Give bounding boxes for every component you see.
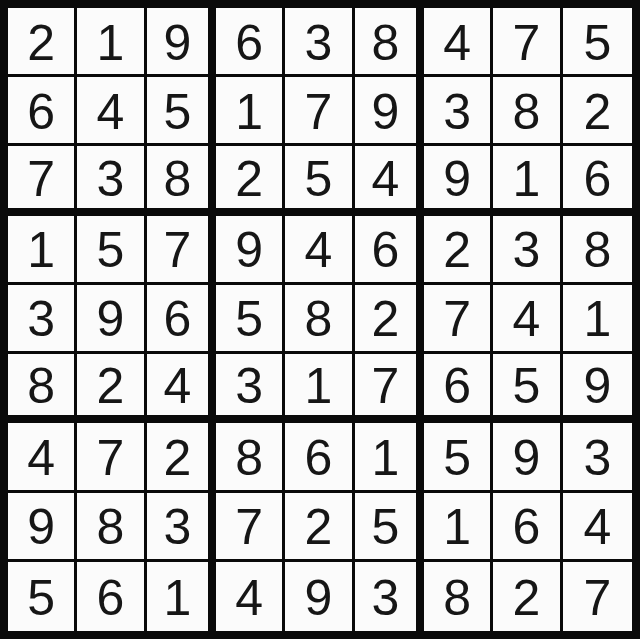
cell-digit: 5 <box>583 18 611 68</box>
cell-r1c2[interactable]: 1 <box>77 8 146 77</box>
cell-r1c5[interactable]: 3 <box>285 8 354 77</box>
cell-digit: 8 <box>27 361 55 411</box>
cell-digit: 6 <box>513 502 541 552</box>
cell-digit: 3 <box>371 573 399 623</box>
cell-digit: 5 <box>235 294 263 344</box>
cell-digit: 7 <box>163 225 191 275</box>
cell-r8c1[interactable]: 9 <box>8 493 77 562</box>
cell-digit: 4 <box>97 87 125 137</box>
cell-r7c3[interactable]: 2 <box>147 423 216 492</box>
cell-r8c8[interactable]: 6 <box>493 493 562 562</box>
cell-r4c6[interactable]: 6 <box>355 216 424 285</box>
cell-r8c3[interactable]: 3 <box>147 493 216 562</box>
cell-digit: 6 <box>163 294 191 344</box>
cell-r6c6[interactable]: 7 <box>355 354 424 423</box>
cell-digit: 1 <box>583 294 611 344</box>
cell-r7c2[interactable]: 7 <box>77 423 146 492</box>
cell-digit: 4 <box>513 294 541 344</box>
cell-r3c1[interactable]: 7 <box>8 146 77 215</box>
cell-digit: 9 <box>27 502 55 552</box>
cell-digit: 2 <box>443 225 471 275</box>
cell-digit: 1 <box>235 87 263 137</box>
cell-digit: 6 <box>235 18 263 68</box>
cell-r2c1[interactable]: 6 <box>8 77 77 146</box>
cell-r9c7[interactable]: 8 <box>424 562 493 631</box>
cell-r1c1[interactable]: 2 <box>8 8 77 77</box>
cell-digit: 8 <box>235 433 263 483</box>
cell-r2c7[interactable]: 3 <box>424 77 493 146</box>
cell-r4c5[interactable]: 4 <box>285 216 354 285</box>
cell-r7c7[interactable]: 5 <box>424 423 493 492</box>
cell-r8c9[interactable]: 4 <box>563 493 632 562</box>
cell-digit: 3 <box>97 154 125 204</box>
cell-r6c2[interactable]: 2 <box>77 354 146 423</box>
cell-r8c4[interactable]: 7 <box>216 493 285 562</box>
cell-digit: 5 <box>443 433 471 483</box>
cell-r2c2[interactable]: 4 <box>77 77 146 146</box>
cell-digit: 6 <box>27 87 55 137</box>
cell-digit: 8 <box>305 294 333 344</box>
cell-digit: 5 <box>305 154 333 204</box>
cell-r4c8[interactable]: 3 <box>493 216 562 285</box>
cell-digit: 2 <box>371 294 399 344</box>
cell-digit: 1 <box>513 154 541 204</box>
sudoku-board: 2196384756451793827382549161579462383965… <box>0 0 640 639</box>
cell-digit: 3 <box>443 87 471 137</box>
cell-r2c5[interactable]: 7 <box>285 77 354 146</box>
cell-r4c9[interactable]: 8 <box>563 216 632 285</box>
cell-r6c1[interactable]: 8 <box>8 354 77 423</box>
cell-digit: 9 <box>443 154 471 204</box>
cell-digit: 9 <box>371 87 399 137</box>
cell-digit: 8 <box>163 154 191 204</box>
cell-digit: 6 <box>371 225 399 275</box>
cell-digit: 3 <box>513 225 541 275</box>
cell-digit: 3 <box>27 294 55 344</box>
cell-digit: 9 <box>305 573 333 623</box>
cell-digit: 3 <box>305 18 333 68</box>
cell-digit: 1 <box>163 573 191 623</box>
cell-r6c9[interactable]: 9 <box>563 354 632 423</box>
cell-r1c7[interactable]: 4 <box>424 8 493 77</box>
cell-digit: 5 <box>163 87 191 137</box>
cell-digit: 1 <box>371 433 399 483</box>
cell-r6c7[interactable]: 6 <box>424 354 493 423</box>
cell-digit: 6 <box>583 154 611 204</box>
cell-r1c3[interactable]: 9 <box>147 8 216 77</box>
cell-digit: 9 <box>97 294 125 344</box>
cell-r5c2[interactable]: 9 <box>77 285 146 354</box>
cell-digit: 7 <box>513 18 541 68</box>
cell-r8c7[interactable]: 1 <box>424 493 493 562</box>
cell-r3c8[interactable]: 1 <box>493 146 562 215</box>
cell-digit: 8 <box>371 18 399 68</box>
cell-r1c8[interactable]: 7 <box>493 8 562 77</box>
cell-r2c6[interactable]: 9 <box>355 77 424 146</box>
cell-digit: 7 <box>97 433 125 483</box>
cell-digit: 7 <box>583 573 611 623</box>
cell-digit: 9 <box>583 361 611 411</box>
cell-r5c9[interactable]: 1 <box>563 285 632 354</box>
cell-digit: 1 <box>97 18 125 68</box>
cell-r3c9[interactable]: 6 <box>563 146 632 215</box>
cell-digit: 7 <box>305 87 333 137</box>
cell-digit: 4 <box>27 433 55 483</box>
cell-r2c9[interactable]: 2 <box>563 77 632 146</box>
cell-digit: 2 <box>513 573 541 623</box>
cell-digit: 9 <box>513 433 541 483</box>
cell-r6c5[interactable]: 1 <box>285 354 354 423</box>
cell-digit: 8 <box>583 225 611 275</box>
cell-r9c6[interactable]: 3 <box>355 562 424 631</box>
cell-r2c4[interactable]: 1 <box>216 77 285 146</box>
cell-digit: 4 <box>583 502 611 552</box>
cell-r3c2[interactable]: 3 <box>77 146 146 215</box>
cell-r3c3[interactable]: 8 <box>147 146 216 215</box>
cell-r6c3[interactable]: 4 <box>147 354 216 423</box>
cell-r8c6[interactable]: 5 <box>355 493 424 562</box>
cell-r1c4[interactable]: 6 <box>216 8 285 77</box>
cell-digit: 6 <box>97 573 125 623</box>
cell-digit: 1 <box>443 502 471 552</box>
cell-digit: 4 <box>371 154 399 204</box>
cell-digit: 6 <box>305 433 333 483</box>
cell-digit: 2 <box>583 87 611 137</box>
cell-r5c3[interactable]: 6 <box>147 285 216 354</box>
cell-r3c5[interactable]: 5 <box>285 146 354 215</box>
cell-r1c6[interactable]: 8 <box>355 8 424 77</box>
cell-digit: 4 <box>443 18 471 68</box>
cell-digit: 6 <box>443 361 471 411</box>
cell-r4c2[interactable]: 5 <box>77 216 146 285</box>
cell-digit: 7 <box>443 294 471 344</box>
cell-r6c8[interactable]: 5 <box>493 354 562 423</box>
cell-r7c9[interactable]: 3 <box>563 423 632 492</box>
cell-r9c5[interactable]: 9 <box>285 562 354 631</box>
cell-digit: 3 <box>235 361 263 411</box>
cell-digit: 1 <box>305 361 333 411</box>
cell-r7c8[interactable]: 9 <box>493 423 562 492</box>
cell-digit: 8 <box>513 87 541 137</box>
cell-r3c7[interactable]: 9 <box>424 146 493 215</box>
cell-r3c6[interactable]: 4 <box>355 146 424 215</box>
cell-r7c5[interactable]: 6 <box>285 423 354 492</box>
cell-digit: 8 <box>97 502 125 552</box>
cell-r5c1[interactable]: 3 <box>8 285 77 354</box>
cell-digit: 7 <box>27 154 55 204</box>
cell-r9c4[interactable]: 4 <box>216 562 285 631</box>
cell-digit: 3 <box>583 433 611 483</box>
cell-r5c6[interactable]: 2 <box>355 285 424 354</box>
cell-r4c3[interactable]: 7 <box>147 216 216 285</box>
cell-digit: 5 <box>371 502 399 552</box>
cell-r2c3[interactable]: 5 <box>147 77 216 146</box>
cell-r8c5[interactable]: 2 <box>285 493 354 562</box>
cell-r4c7[interactable]: 2 <box>424 216 493 285</box>
cell-r4c4[interactable]: 9 <box>216 216 285 285</box>
cell-r1c9[interactable]: 5 <box>563 8 632 77</box>
cell-r9c9[interactable]: 7 <box>563 562 632 631</box>
cell-r9c8[interactable]: 2 <box>493 562 562 631</box>
cell-digit: 2 <box>235 154 263 204</box>
cell-r5c5[interactable]: 8 <box>285 285 354 354</box>
cell-r5c4[interactable]: 5 <box>216 285 285 354</box>
cell-digit: 4 <box>163 361 191 411</box>
cell-digit: 2 <box>163 433 191 483</box>
cell-digit: 7 <box>235 502 263 552</box>
cell-r7c6[interactable]: 1 <box>355 423 424 492</box>
cell-digit: 8 <box>443 573 471 623</box>
cell-digit: 1 <box>27 225 55 275</box>
cell-r2c8[interactable]: 8 <box>493 77 562 146</box>
cell-r7c1[interactable]: 4 <box>8 423 77 492</box>
cell-digit: 9 <box>235 225 263 275</box>
cell-digit: 2 <box>97 361 125 411</box>
cell-digit: 5 <box>27 573 55 623</box>
cell-digit: 9 <box>163 18 191 68</box>
cell-r9c2[interactable]: 6 <box>77 562 146 631</box>
cell-r5c7[interactable]: 7 <box>424 285 493 354</box>
cell-r6c4[interactable]: 3 <box>216 354 285 423</box>
cell-digit: 5 <box>513 361 541 411</box>
cell-r9c1[interactable]: 5 <box>8 562 77 631</box>
cell-r4c1[interactable]: 1 <box>8 216 77 285</box>
cell-digit: 7 <box>371 361 399 411</box>
cell-r3c4[interactable]: 2 <box>216 146 285 215</box>
cell-digit: 4 <box>235 573 263 623</box>
cell-r8c2[interactable]: 8 <box>77 493 146 562</box>
cell-r9c3[interactable]: 1 <box>147 562 216 631</box>
cell-r7c4[interactable]: 8 <box>216 423 285 492</box>
cell-digit: 2 <box>305 502 333 552</box>
cell-digit: 5 <box>97 225 125 275</box>
cell-r5c8[interactable]: 4 <box>493 285 562 354</box>
cell-digit: 2 <box>27 18 55 68</box>
cell-digit: 3 <box>163 502 191 552</box>
cell-digit: 4 <box>305 225 333 275</box>
